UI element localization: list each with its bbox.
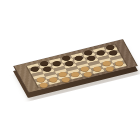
product-photo: ●●●●●●●●●●●●●●●●●●●●●●●● <box>0 0 140 140</box>
